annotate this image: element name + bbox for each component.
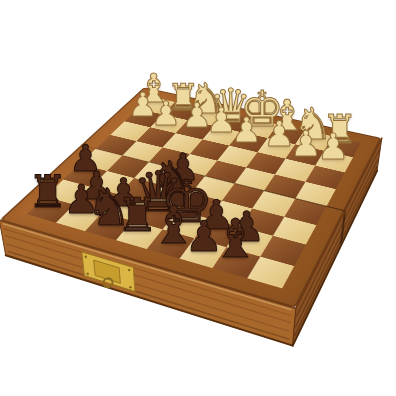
latch-screw <box>84 256 87 259</box>
travel-chess-set-photo: ♝♜♞♛♚♝♞♜♟♟♟♟♟♟♟♟♟♟♞♟♟♛♚♟♟♜♟♞♜♝♟♝ <box>0 0 396 396</box>
latch-screw <box>86 273 89 276</box>
latch-screw <box>129 286 132 289</box>
latch-screw <box>128 269 131 272</box>
